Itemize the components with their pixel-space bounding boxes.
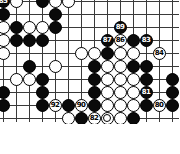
stone-black <box>127 112 140 125</box>
stone-black <box>36 86 49 99</box>
stone-black <box>36 34 49 47</box>
grid-line-horizontal <box>0 1 179 2</box>
stone-black <box>88 86 101 99</box>
stone-black <box>0 86 10 99</box>
stone-black <box>36 73 49 86</box>
stone-white-82: 82 <box>88 112 101 125</box>
stone-white <box>101 73 114 86</box>
stone-white-80: 80 <box>153 99 166 112</box>
move-number: 81 <box>142 88 151 95</box>
stone-black <box>140 60 153 73</box>
stone-white <box>0 21 10 34</box>
stone-white <box>23 21 36 34</box>
move-number: 80 <box>155 101 164 108</box>
stone-white-90: 90 <box>75 99 88 112</box>
circle-marker <box>103 114 111 122</box>
stone-white <box>127 47 140 60</box>
stone-black <box>23 60 36 73</box>
stone-black <box>88 99 101 112</box>
go-board: 8589878683848192908082 <box>0 0 180 124</box>
move-number: 92 <box>51 101 60 108</box>
stone-white-86: 86 <box>114 34 127 47</box>
stone-black <box>166 73 179 86</box>
move-number: 86 <box>116 36 125 43</box>
stone-white <box>49 60 62 73</box>
move-number: 84 <box>155 49 164 56</box>
stone-black <box>10 34 23 47</box>
stone-white <box>0 34 10 47</box>
stone-black <box>75 112 88 125</box>
go-diagram-screen: 8589878683848192908082 <box>0 0 180 154</box>
stone-black <box>49 21 62 34</box>
stone-white-92: 92 <box>49 99 62 112</box>
grid-line-horizontal <box>0 14 179 15</box>
stone-black-87: 87 <box>101 34 114 47</box>
stone-black <box>10 21 23 34</box>
move-number: 85 <box>0 0 7 4</box>
stone-black-85: 85 <box>0 0 10 8</box>
stone-black <box>127 60 140 73</box>
stone-white <box>101 86 114 99</box>
move-number: 89 <box>116 23 125 30</box>
stone-white <box>114 60 127 73</box>
move-number: 83 <box>142 36 151 43</box>
stone-white <box>49 0 62 8</box>
move-number: 82 <box>90 114 99 121</box>
move-number: 90 <box>77 101 86 108</box>
stone-white <box>114 99 127 112</box>
stone-white <box>101 99 114 112</box>
stone-white <box>23 73 36 86</box>
stone-black <box>140 99 153 112</box>
stone-white <box>127 99 140 112</box>
stone-white <box>101 60 114 73</box>
stone-white <box>114 112 127 125</box>
stone-white-marked <box>101 112 114 125</box>
stone-black <box>49 8 62 21</box>
stone-black-81: 81 <box>140 86 153 99</box>
stone-black <box>101 47 114 60</box>
stone-white <box>36 21 49 34</box>
stone-black-89: 89 <box>114 21 127 34</box>
stone-white <box>75 47 88 60</box>
move-number: 87 <box>103 36 112 43</box>
stone-black <box>88 60 101 73</box>
bottom-margin <box>0 124 180 154</box>
stone-black <box>36 0 49 8</box>
stone-black-83: 83 <box>140 34 153 47</box>
stone-white <box>10 0 23 8</box>
stone-white <box>114 73 127 86</box>
stone-black <box>23 34 36 47</box>
stone-white <box>127 73 140 86</box>
stone-white <box>88 47 101 60</box>
stone-white <box>62 0 75 8</box>
stone-white <box>10 73 23 86</box>
stone-white <box>0 47 10 60</box>
grid-line-vertical <box>16 0 17 122</box>
stone-black <box>36 99 49 112</box>
stone-white <box>62 112 75 125</box>
stone-white <box>114 47 127 60</box>
stone-black <box>140 73 153 86</box>
stone-black <box>166 99 179 112</box>
stone-black <box>62 99 75 112</box>
stone-black <box>0 99 10 112</box>
stone-black <box>127 34 140 47</box>
stone-black <box>0 8 10 21</box>
stone-black <box>88 73 101 86</box>
stone-white <box>127 86 140 99</box>
stone-black <box>166 86 179 99</box>
stone-white-84: 84 <box>153 47 166 60</box>
stone-white <box>114 86 127 99</box>
